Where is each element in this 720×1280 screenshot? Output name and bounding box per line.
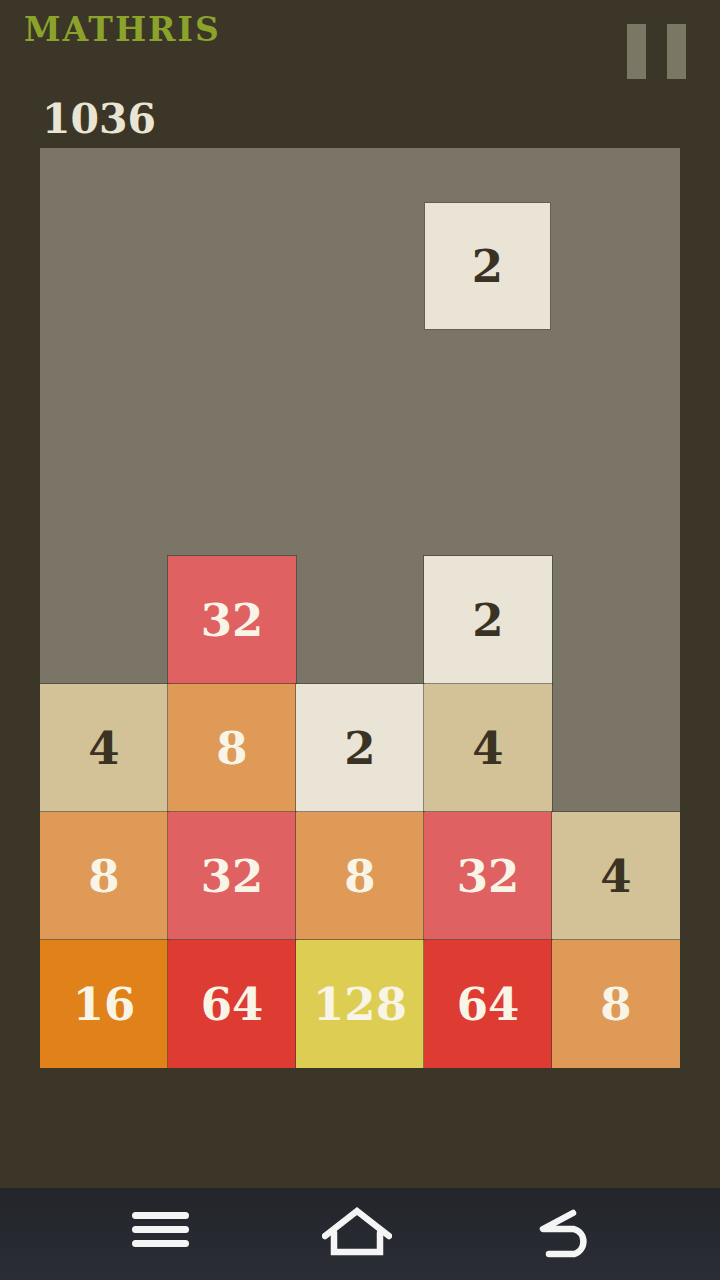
pause-button[interactable] bbox=[627, 24, 686, 79]
tile-2: 2 bbox=[296, 684, 424, 812]
mathris-app: MATHRIS 1036 2 322482483283241664128648 bbox=[0, 0, 720, 1280]
back-button[interactable] bbox=[527, 1208, 591, 1263]
tile-32: 32 bbox=[168, 556, 296, 684]
home-icon bbox=[322, 1206, 392, 1258]
score-value: 1036 bbox=[42, 97, 156, 141]
pause-icon bbox=[667, 24, 686, 79]
tile-8: 8 bbox=[296, 812, 424, 940]
menu-button[interactable] bbox=[132, 1212, 189, 1247]
tile-4: 4 bbox=[424, 684, 552, 812]
tile-32: 32 bbox=[424, 812, 552, 940]
tile-4: 4 bbox=[40, 684, 168, 812]
tile-32: 32 bbox=[168, 812, 296, 940]
game-board[interactable]: 2 322482483283241664128648 bbox=[40, 148, 680, 1068]
tile-64: 64 bbox=[168, 940, 296, 1068]
falling-tile[interactable]: 2 bbox=[425, 203, 550, 329]
tile-4: 4 bbox=[552, 812, 680, 940]
tile-stack: 322482483283241664128648 bbox=[40, 556, 680, 1068]
app-title: MATHRIS bbox=[24, 10, 221, 49]
tile-2: 2 bbox=[424, 556, 552, 684]
tile-64: 64 bbox=[424, 940, 552, 1068]
home-button[interactable] bbox=[322, 1206, 392, 1261]
tile-16: 16 bbox=[40, 940, 168, 1068]
tile-8: 8 bbox=[552, 940, 680, 1068]
back-icon bbox=[527, 1208, 591, 1260]
tile-8: 8 bbox=[40, 812, 168, 940]
tile-128: 128 bbox=[296, 940, 424, 1068]
pause-icon bbox=[627, 24, 646, 79]
android-navbar bbox=[0, 1188, 720, 1280]
tile-8: 8 bbox=[168, 684, 296, 812]
menu-icon bbox=[132, 1212, 189, 1247]
